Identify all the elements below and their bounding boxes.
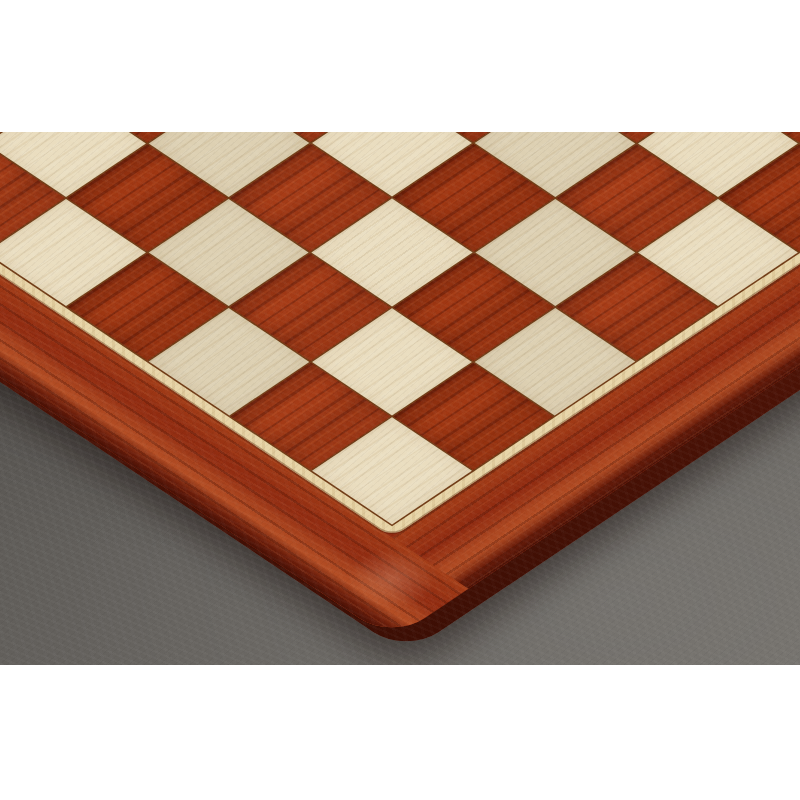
letterbox-top bbox=[0, 0, 800, 132]
chessboard-photo bbox=[0, 132, 800, 665]
letterbox-bottom bbox=[0, 665, 800, 800]
chess-board bbox=[0, 132, 800, 640]
product-photo-canvas bbox=[0, 0, 800, 800]
